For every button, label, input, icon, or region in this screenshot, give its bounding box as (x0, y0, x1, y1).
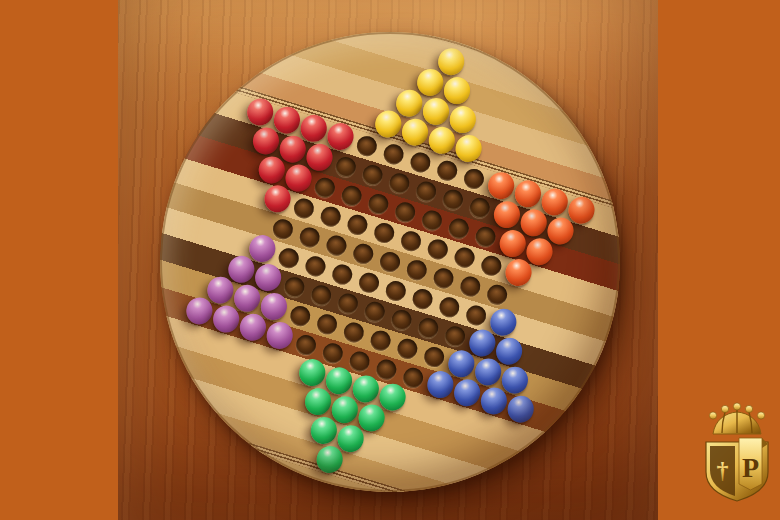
logo-dagger-symbol: † (717, 457, 729, 483)
board-hole[interactable] (393, 200, 418, 225)
board-hole[interactable] (294, 333, 319, 358)
board-hole[interactable] (351, 241, 376, 266)
board-hole[interactable] (467, 195, 492, 220)
board-hole[interactable] (347, 349, 372, 374)
board-hole[interactable] (360, 163, 385, 188)
board-hole[interactable] (341, 320, 366, 345)
chinese-checkers-board (160, 32, 620, 492)
board-hole[interactable] (330, 262, 355, 287)
board-hole[interactable] (404, 258, 429, 283)
board-hole[interactable] (425, 237, 450, 262)
board-hole[interactable] (410, 287, 435, 312)
board-hole[interactable] (431, 266, 456, 291)
board-hole[interactable] (437, 295, 462, 320)
board-hole[interactable] (473, 224, 498, 249)
board-hole[interactable] (422, 345, 447, 370)
board-hole[interactable] (401, 365, 426, 390)
board-hole[interactable] (291, 196, 316, 221)
board-hole[interactable] (419, 208, 444, 233)
board-hole[interactable] (414, 179, 439, 204)
logo-monogram: P (742, 452, 759, 483)
board-hole[interactable] (333, 154, 358, 179)
board-hole[interactable] (383, 278, 408, 303)
board-hole[interactable] (458, 274, 483, 299)
board-hole[interactable] (282, 275, 307, 300)
board-hole[interactable] (372, 221, 397, 246)
board-hole[interactable] (303, 254, 328, 279)
board-hole[interactable] (345, 212, 370, 237)
board-hole[interactable] (336, 291, 361, 316)
crown-icon (709, 403, 764, 434)
board-hole[interactable] (357, 270, 382, 295)
board-hole[interactable] (416, 316, 441, 341)
board-hole[interactable] (362, 299, 387, 324)
board-hole[interactable] (309, 283, 334, 308)
board-hole[interactable] (270, 217, 295, 242)
board-hole[interactable] (288, 304, 313, 329)
board-hole[interactable] (315, 312, 340, 337)
board-hole[interactable] (339, 183, 364, 208)
board-hole[interactable] (381, 142, 406, 167)
board-photo (118, 0, 658, 520)
board-hole[interactable] (399, 229, 424, 254)
board-hole[interactable] (354, 134, 379, 159)
board-hole[interactable] (395, 336, 420, 361)
board-hole[interactable] (408, 150, 433, 175)
board-hole[interactable] (324, 233, 349, 258)
board-hole[interactable] (435, 158, 460, 183)
board-hole[interactable] (368, 328, 393, 353)
shield-icon: † P (706, 438, 768, 501)
board-hole[interactable] (387, 171, 412, 196)
board-hole[interactable] (374, 357, 399, 382)
board-hole[interactable] (464, 303, 489, 328)
board-hole[interactable] (452, 245, 477, 270)
board-hole[interactable] (378, 250, 403, 275)
board-hole[interactable] (443, 324, 468, 349)
board-hole[interactable] (446, 216, 471, 241)
board-hole[interactable] (461, 166, 486, 191)
board-hole[interactable] (276, 246, 301, 271)
page: { "game": "Chinese Checkers", "scene": "… (0, 0, 780, 520)
board-hole[interactable] (366, 192, 391, 217)
board-hole[interactable] (479, 253, 504, 278)
board-hole[interactable] (485, 282, 510, 307)
board-hole[interactable] (318, 204, 343, 229)
board-hole[interactable] (389, 307, 414, 332)
board-hole[interactable] (440, 187, 465, 212)
board-hole[interactable] (320, 341, 345, 366)
board-hole[interactable] (297, 225, 322, 250)
board-hole[interactable] (312, 175, 337, 200)
board-rotated-layer (160, 32, 620, 492)
crest-svg: † P (698, 400, 776, 504)
brand-crest-logo: † P (698, 400, 776, 504)
